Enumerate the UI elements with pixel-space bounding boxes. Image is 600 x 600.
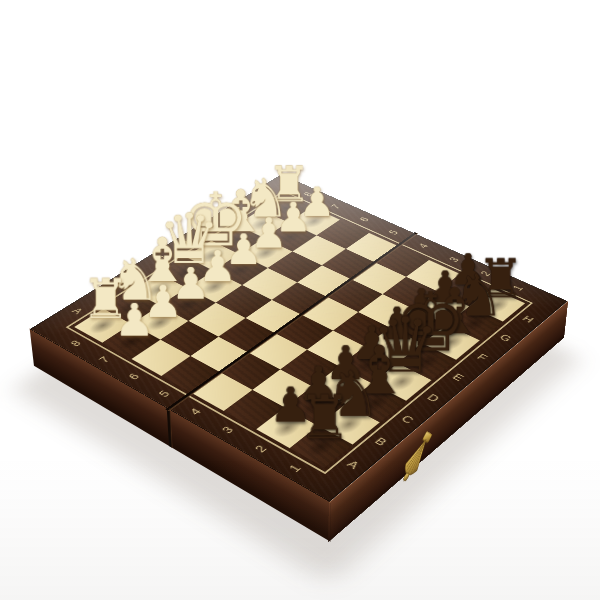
fold-seam-side [167,408,173,448]
piece-contact-shadow [113,296,150,318]
piece-contact-shadow [246,214,280,233]
piece-contact-shadow [141,279,178,301]
piece-contact-shadow [408,349,445,374]
piece-contact-shadow [457,312,493,335]
chess-box: 87654321 87654321 ABCDEFGH ABCDEFGH ♜♞♝♛… [30,174,568,502]
board-top: 87654321 87654321 ABCDEFGH ABCDEFGH ♜♞♝♛… [30,174,568,502]
square-g2: ♟ [414,291,470,324]
piece-contact-shadow [296,393,335,419]
piece-contact-shadow [301,432,342,460]
file-label-A: A [55,298,100,324]
piece-contact-shadow [267,414,307,441]
piece-contact-shadow [350,352,388,377]
piece-contact-shadow [447,279,482,301]
piece-contact-shadow [400,315,436,338]
piece-contact-shadow [433,330,469,354]
board-perspective-wrapper: 87654321 87654321 ABCDEFGH ABCDEFGH ♜♞♝♛… [0,0,600,600]
piece-contact-shadow [375,333,412,357]
piece-contact-shadow [329,411,369,438]
piece-contact-shadow [356,389,395,415]
product-photo: 87654321 87654321 ABCDEFGH ABCDEFGH ♜♞♝♛… [0,0,600,600]
